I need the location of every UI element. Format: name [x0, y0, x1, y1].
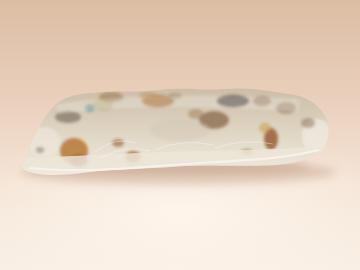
mineral-inclusion — [301, 118, 315, 128]
mineral-inclusion — [36, 147, 44, 153]
mineral-inclusion — [188, 109, 204, 119]
mineral-inclusion — [259, 123, 271, 133]
specimen-photo — [0, 0, 360, 270]
mineral-inclusion — [150, 119, 210, 141]
mineral-inclusion — [112, 139, 124, 147]
photo-stage — [0, 0, 360, 270]
